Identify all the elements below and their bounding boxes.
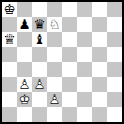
neutral-striped-queen-fill: ♛ (2, 32, 17, 47)
white-pawn-fill: ♟ (17, 77, 32, 92)
square-c1[interactable] (32, 107, 47, 122)
white-pawn-fill: ♟ (32, 77, 47, 92)
square-d3[interactable] (47, 77, 62, 92)
square-c5[interactable] (32, 47, 47, 62)
square-e1[interactable] (62, 107, 77, 122)
square-c7[interactable]: ♛ (32, 17, 47, 32)
square-f8[interactable] (77, 2, 92, 17)
white-king: ♔ (17, 92, 32, 107)
square-a3[interactable] (2, 77, 17, 92)
square-a4[interactable] (2, 62, 17, 77)
neutral-striped-queen: ♕ (2, 32, 17, 47)
square-a2[interactable] (2, 92, 17, 107)
white-knight: ♘ (47, 17, 62, 32)
white-king-fill: ♚ (17, 92, 32, 107)
square-h3[interactable] (107, 77, 122, 92)
square-b1[interactable] (17, 107, 32, 122)
square-h2[interactable] (107, 92, 122, 107)
white-pawn: ♙ (17, 77, 32, 92)
square-g6[interactable] (92, 32, 107, 47)
square-h5[interactable] (107, 47, 122, 62)
square-e8[interactable] (62, 2, 77, 17)
square-d4[interactable] (47, 62, 62, 77)
neutral-striped-king: ♔ (2, 2, 17, 17)
square-d6[interactable] (47, 32, 62, 47)
white-pawn: ♙ (47, 92, 62, 107)
square-f6[interactable] (77, 32, 92, 47)
square-e7[interactable] (62, 17, 77, 32)
square-b7[interactable]: ♟ (17, 17, 32, 32)
square-g2[interactable] (92, 92, 107, 107)
square-f2[interactable] (77, 92, 92, 107)
square-f5[interactable] (77, 47, 92, 62)
square-e6[interactable] (62, 32, 77, 47)
square-f4[interactable] (77, 62, 92, 77)
square-b8[interactable] (17, 2, 32, 17)
square-a6[interactable]: ♛♕ (2, 32, 17, 47)
square-d7[interactable]: ♞♘ (47, 17, 62, 32)
square-e2[interactable] (62, 92, 77, 107)
square-h6[interactable] (107, 32, 122, 47)
square-b4[interactable] (17, 62, 32, 77)
square-c2[interactable] (32, 92, 47, 107)
square-a8[interactable]: ♚♔ (2, 2, 17, 17)
white-pawn-fill: ♟ (47, 92, 62, 107)
square-f3[interactable] (77, 77, 92, 92)
white-pawn: ♙ (32, 77, 47, 92)
square-g7[interactable] (92, 17, 107, 32)
black-queen: ♛ (32, 17, 47, 32)
black-pawn: ♟ (17, 17, 32, 32)
square-d2[interactable]: ♟♙ (47, 92, 62, 107)
chess-board: ♚♔♟♛♞♘♛♕♝♟♙♟♙♚♔♟♙ (0, 0, 124, 124)
square-b2[interactable]: ♚♔ (17, 92, 32, 107)
square-h8[interactable] (107, 2, 122, 17)
square-g3[interactable] (92, 77, 107, 92)
square-h1[interactable] (107, 107, 122, 122)
square-a7[interactable] (2, 17, 17, 32)
square-c6[interactable]: ♝ (32, 32, 47, 47)
square-d5[interactable] (47, 47, 62, 62)
square-g4[interactable] (92, 62, 107, 77)
square-d8[interactable] (47, 2, 62, 17)
square-a5[interactable] (2, 47, 17, 62)
square-h4[interactable] (107, 62, 122, 77)
square-c4[interactable] (32, 62, 47, 77)
square-b3[interactable]: ♟♙ (17, 77, 32, 92)
square-g1[interactable] (92, 107, 107, 122)
square-a1[interactable] (2, 107, 17, 122)
square-e3[interactable] (62, 77, 77, 92)
neutral-striped-king-fill: ♚ (2, 2, 17, 17)
square-b5[interactable] (17, 47, 32, 62)
square-c8[interactable] (32, 2, 47, 17)
square-f7[interactable] (77, 17, 92, 32)
white-knight-fill: ♞ (47, 17, 62, 32)
square-e5[interactable] (62, 47, 77, 62)
square-g8[interactable] (92, 2, 107, 17)
square-f1[interactable] (77, 107, 92, 122)
square-b6[interactable] (17, 32, 32, 47)
square-h7[interactable] (107, 17, 122, 32)
square-g5[interactable] (92, 47, 107, 62)
square-d1[interactable] (47, 107, 62, 122)
black-bishop: ♝ (32, 32, 47, 47)
square-c3[interactable]: ♟♙ (32, 77, 47, 92)
square-e4[interactable] (62, 62, 77, 77)
